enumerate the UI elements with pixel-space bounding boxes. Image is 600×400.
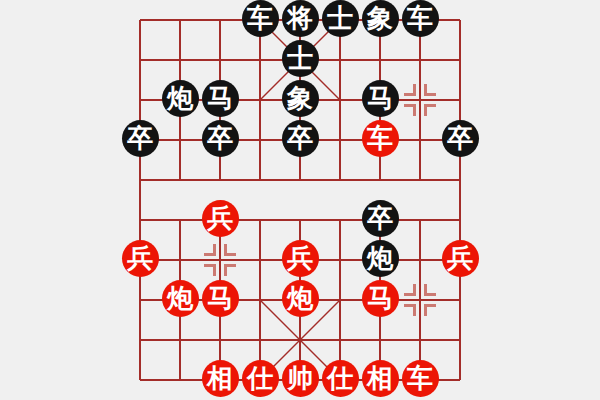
piece-black-soldier[interactable]: 卒 [362, 200, 399, 237]
piece-black-general[interactable]: 将 [282, 0, 319, 37]
piece-black-chariot[interactable]: 车 [402, 0, 439, 37]
piece-red-cannon[interactable]: 炮 [282, 280, 319, 317]
piece-black-horse[interactable]: 马 [202, 80, 239, 117]
piece-black-horse[interactable]: 马 [362, 80, 399, 117]
marker-corner-br [224, 264, 236, 276]
piece-red-horse[interactable]: 马 [362, 280, 399, 317]
xiangqi-app: 车将士象车士炮马象马卒卒卒车卒兵卒兵兵炮兵炮马炮马相仕帅仕相车 [0, 0, 600, 400]
piece-red-soldier[interactable]: 兵 [202, 200, 239, 237]
piece-black-soldier[interactable]: 卒 [122, 120, 159, 157]
marker-corner-br [424, 104, 436, 116]
piece-red-soldier[interactable]: 兵 [282, 240, 319, 277]
piece-red-cannon[interactable]: 炮 [162, 280, 199, 317]
piece-red-chariot[interactable]: 车 [362, 120, 399, 157]
marker-corner-tr [424, 84, 436, 96]
piece-black-advisor[interactable]: 士 [322, 0, 359, 37]
marker-corner-tl [404, 284, 416, 296]
piece-red-general[interactable]: 帅 [282, 360, 319, 397]
marker-corner-bl [404, 104, 416, 116]
marker-corner-tr [224, 244, 236, 256]
marker-corner-bl [204, 264, 216, 276]
piece-black-chariot[interactable]: 车 [242, 0, 279, 37]
piece-red-elephant[interactable]: 相 [362, 360, 399, 397]
piece-black-elephant[interactable]: 象 [362, 0, 399, 37]
piece-black-cannon[interactable]: 炮 [362, 240, 399, 277]
piece-red-advisor[interactable]: 仕 [322, 360, 359, 397]
piece-black-soldier[interactable]: 卒 [202, 120, 239, 157]
piece-red-soldier[interactable]: 兵 [122, 240, 159, 277]
piece-black-elephant[interactable]: 象 [282, 80, 319, 117]
piece-black-advisor[interactable]: 士 [282, 40, 319, 77]
marker-corner-tl [204, 244, 216, 256]
marker-corner-tr [424, 284, 436, 296]
piece-black-soldier[interactable]: 卒 [282, 120, 319, 157]
marker-corner-bl [404, 304, 416, 316]
piece-red-elephant[interactable]: 相 [202, 360, 239, 397]
piece-red-horse[interactable]: 马 [202, 280, 239, 317]
last-move-marker [404, 84, 436, 116]
last-move-marker [204, 244, 236, 276]
piece-red-soldier[interactable]: 兵 [442, 240, 479, 277]
piece-red-chariot[interactable]: 车 [402, 360, 439, 397]
last-move-marker [404, 284, 436, 316]
piece-black-soldier[interactable]: 卒 [442, 120, 479, 157]
board-grid[interactable]: 车将士象车士炮马象马卒卒卒车卒兵卒兵兵炮兵炮马炮马相仕帅仕相车 [120, 0, 480, 400]
marker-corner-tl [404, 84, 416, 96]
marker-corner-br [424, 304, 436, 316]
piece-black-cannon[interactable]: 炮 [162, 80, 199, 117]
piece-red-advisor[interactable]: 仕 [242, 360, 279, 397]
